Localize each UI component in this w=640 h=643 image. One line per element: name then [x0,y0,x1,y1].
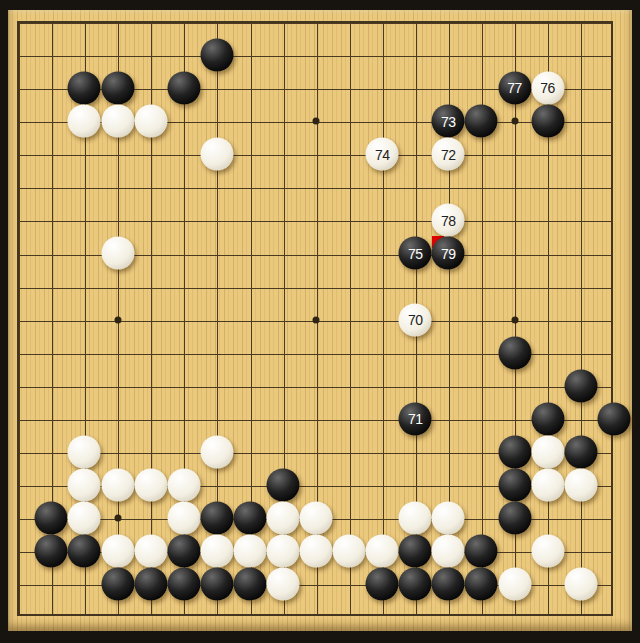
stone-white [200,435,233,468]
stone-white [266,568,299,601]
stone-white [531,435,564,468]
stone-white [68,105,101,138]
stone-white [68,502,101,535]
stone-black [35,535,68,568]
stone-black [167,535,200,568]
stone-black [233,568,266,601]
stone-black [366,568,399,601]
stone-black [531,105,564,138]
stone-white [167,468,200,501]
stone-black [465,535,498,568]
stone-black [233,502,266,535]
stone-white [101,535,134,568]
move-number-label: 75 [408,246,423,260]
star-point [313,316,320,323]
stone-black: 71 [399,402,432,435]
stone-white: 74 [366,138,399,171]
stone-white [531,468,564,501]
move-number-label: 74 [375,147,390,161]
stone-black [531,402,564,435]
stone-white: 72 [432,138,465,171]
move-number-label: 77 [507,81,522,95]
stone-white [432,502,465,535]
stone-white [68,468,101,501]
stone-black [498,435,531,468]
stone-black [101,568,134,601]
stone-black [564,435,597,468]
stone-white [498,568,531,601]
stone-black [399,568,432,601]
move-number-label: 76 [540,81,555,95]
stone-white: 78 [432,204,465,237]
stone-black [465,568,498,601]
stone-black: 77 [498,71,531,104]
stone-white [101,105,134,138]
stone-white [300,535,333,568]
stone-white [233,535,266,568]
stone-black [68,71,101,104]
stone-white [134,105,167,138]
stone-white [200,138,233,171]
stone-white [266,502,299,535]
star-point [511,118,518,125]
stone-white [101,237,134,270]
move-number-label: 79 [441,246,456,260]
star-point [114,515,121,522]
stone-black [101,71,134,104]
move-number-label: 72 [441,147,456,161]
stone-black [35,502,68,535]
stone-black [465,105,498,138]
stone-white: 70 [399,303,432,336]
stone-white [101,468,134,501]
star-point [511,316,518,323]
stone-black [498,336,531,369]
stone-white [564,568,597,601]
stone-white [333,535,366,568]
stone-black [432,568,465,601]
stone-black [498,502,531,535]
move-number-label: 73 [441,114,456,128]
stone-black [266,468,299,501]
stone-black: 75 [399,237,432,270]
stone-white [134,468,167,501]
stone-black [167,568,200,601]
stone-white [564,468,597,501]
go-app-screen: 77767374727875797071 [0,0,640,643]
stone-black [167,71,200,104]
stone-white [266,535,299,568]
stone-black [134,568,167,601]
stone-white [366,535,399,568]
stone-black [68,535,101,568]
goban[interactable]: 77767374727875797071 [8,10,632,631]
stone-black: 79 [432,237,465,270]
move-number-label: 78 [441,213,456,227]
move-number-label: 70 [408,313,423,327]
stone-black: 73 [432,105,465,138]
stone-white [432,535,465,568]
stone-black [597,402,630,435]
stone-black [200,38,233,71]
move-number-label: 71 [408,412,423,426]
stone-black [200,568,233,601]
stone-black [200,502,233,535]
stone-black [564,369,597,402]
stone-white [300,502,333,535]
stone-white [134,535,167,568]
stone-white [167,502,200,535]
star-point [114,316,121,323]
stone-white [399,502,432,535]
stone-black [399,535,432,568]
stone-white [531,535,564,568]
stone-black [498,468,531,501]
stone-white [200,535,233,568]
stone-white [68,435,101,468]
star-point [313,118,320,125]
stone-white: 76 [531,71,564,104]
